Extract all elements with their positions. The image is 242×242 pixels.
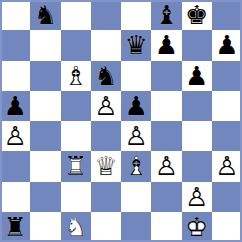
square-g3[interactable] (182, 151, 212, 181)
white-pawn: ♟♙ (212, 151, 242, 181)
white-pawn: ♟♙ (0, 121, 30, 151)
square-c8[interactable] (61, 0, 91, 30)
square-e8[interactable] (121, 0, 151, 30)
square-c4[interactable] (61, 121, 91, 151)
square-g2[interactable]: ♟♙ (182, 182, 212, 212)
square-a7[interactable] (0, 30, 30, 60)
black-queen: ♛ (121, 30, 151, 60)
square-c3[interactable]: ♜♖ (61, 151, 91, 181)
square-d3[interactable]: ♛♕ (91, 151, 121, 181)
white-pawn: ♟♙ (121, 121, 151, 151)
square-h8[interactable] (212, 0, 242, 30)
square-c2[interactable] (61, 182, 91, 212)
square-g7[interactable] (182, 30, 212, 60)
square-f5[interactable] (151, 91, 181, 121)
square-b6[interactable] (30, 61, 60, 91)
square-d6[interactable]: ♞ (91, 61, 121, 91)
square-f7[interactable]: ♟ (151, 30, 181, 60)
square-e1[interactable] (121, 212, 151, 242)
black-knight: ♞ (30, 0, 60, 30)
square-a6[interactable] (0, 61, 30, 91)
square-h1[interactable] (212, 212, 242, 242)
white-bishop: ♝♗ (121, 151, 151, 181)
square-b1[interactable] (30, 212, 60, 242)
square-d7[interactable] (91, 30, 121, 60)
black-pawn: ♟ (212, 30, 242, 60)
black-knight: ♞ (91, 61, 121, 91)
square-b4[interactable] (30, 121, 60, 151)
square-f4[interactable] (151, 121, 181, 151)
square-e7[interactable]: ♛ (121, 30, 151, 60)
square-b5[interactable] (30, 91, 60, 121)
square-e2[interactable] (121, 182, 151, 212)
board-grid: ♞♝♚♛♟♟♝♗♞♟♟♟♙♟♟♙♟♙♜♖♛♕♝♗♟♙♟♙♟♙♜♞♘♚♔ (0, 0, 242, 242)
white-pawn: ♟♙ (151, 151, 181, 181)
square-g4[interactable] (182, 121, 212, 151)
white-pawn: ♟♙ (182, 182, 212, 212)
square-a5[interactable]: ♟ (0, 91, 30, 121)
square-g1[interactable]: ♚♔ (182, 212, 212, 242)
square-h2[interactable] (212, 182, 242, 212)
square-d5[interactable]: ♟♙ (91, 91, 121, 121)
square-h3[interactable]: ♟♙ (212, 151, 242, 181)
white-pawn: ♟♙ (91, 91, 121, 121)
square-h5[interactable] (212, 91, 242, 121)
square-f3[interactable]: ♟♙ (151, 151, 181, 181)
square-a1[interactable]: ♜ (0, 212, 30, 242)
square-b8[interactable]: ♞ (30, 0, 60, 30)
square-b7[interactable] (30, 30, 60, 60)
square-e3[interactable]: ♝♗ (121, 151, 151, 181)
chess-board: ♞♝♚♛♟♟♝♗♞♟♟♟♙♟♟♙♟♙♜♖♛♕♝♗♟♙♟♙♟♙♜♞♘♚♔ (0, 0, 242, 242)
square-h4[interactable] (212, 121, 242, 151)
black-pawn: ♟ (121, 91, 151, 121)
square-b2[interactable] (30, 182, 60, 212)
square-d8[interactable] (91, 0, 121, 30)
white-bishop: ♝♗ (61, 61, 91, 91)
square-d1[interactable] (91, 212, 121, 242)
black-bishop: ♝ (151, 0, 181, 30)
square-c1[interactable]: ♞♘ (61, 212, 91, 242)
square-h6[interactable] (212, 61, 242, 91)
square-b3[interactable] (30, 151, 60, 181)
white-rook: ♜♖ (61, 151, 91, 181)
black-rook: ♜ (0, 212, 30, 242)
square-a4[interactable]: ♟♙ (0, 121, 30, 151)
square-e4[interactable]: ♟♙ (121, 121, 151, 151)
square-a3[interactable] (0, 151, 30, 181)
square-c6[interactable]: ♝♗ (61, 61, 91, 91)
square-f8[interactable]: ♝ (151, 0, 181, 30)
white-queen: ♛♕ (91, 151, 121, 181)
square-g6[interactable]: ♟ (182, 61, 212, 91)
square-f2[interactable] (151, 182, 181, 212)
square-f1[interactable] (151, 212, 181, 242)
square-g8[interactable]: ♚ (182, 0, 212, 30)
black-pawn: ♟ (182, 61, 212, 91)
square-d2[interactable] (91, 182, 121, 212)
white-king: ♚♔ (182, 212, 212, 242)
square-d4[interactable] (91, 121, 121, 151)
square-g5[interactable] (182, 91, 212, 121)
black-pawn: ♟ (0, 91, 30, 121)
square-a2[interactable] (0, 182, 30, 212)
square-c5[interactable] (61, 91, 91, 121)
square-h7[interactable]: ♟ (212, 30, 242, 60)
black-pawn: ♟ (151, 30, 181, 60)
square-e5[interactable]: ♟ (121, 91, 151, 121)
square-f6[interactable] (151, 61, 181, 91)
white-knight: ♞♘ (61, 212, 91, 242)
square-c7[interactable] (61, 30, 91, 60)
black-king: ♚ (182, 0, 212, 30)
square-e6[interactable] (121, 61, 151, 91)
square-a8[interactable] (0, 0, 30, 30)
